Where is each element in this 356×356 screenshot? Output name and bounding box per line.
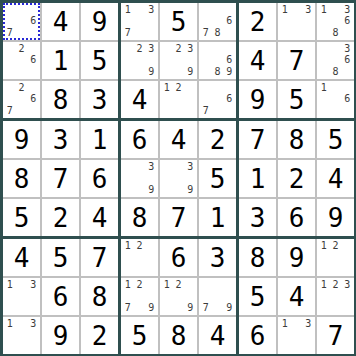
- cell-r6c8[interactable]: 6: [278, 199, 315, 236]
- candidate-4: [318, 252, 330, 264]
- candidate-grid: 13: [279, 318, 314, 353]
- candidate-8: [173, 184, 185, 196]
- candidate-3: 3: [341, 279, 353, 291]
- cell-r8c2[interactable]: 6: [42, 278, 79, 315]
- candidate-8: [134, 66, 146, 78]
- candidate-3: [145, 279, 157, 291]
- candidate-1: [200, 4, 212, 16]
- candidate-7: 7: [4, 27, 16, 39]
- candidate-5: [330, 94, 342, 106]
- cell-value: 2: [53, 205, 69, 231]
- cell-r6c9[interactable]: 9: [317, 199, 354, 236]
- cell-r3c8[interactable]: 5: [278, 81, 315, 118]
- cell-r7c9[interactable]: 12: [317, 239, 354, 276]
- candidate-3: [27, 4, 39, 16]
- candidate-2: 2: [134, 43, 146, 55]
- candidate-7: 7: [200, 105, 212, 117]
- candidate-4: [122, 252, 134, 264]
- cell-value: 3: [53, 127, 69, 153]
- candidate-3: [184, 82, 196, 94]
- candidate-2: [16, 279, 28, 291]
- cell-r6c1[interactable]: 5: [3, 199, 40, 236]
- candidate-7: [318, 302, 330, 314]
- candidate-5: [212, 55, 224, 67]
- cell-r6c3[interactable]: 4: [81, 199, 118, 236]
- cell-r4c4[interactable]: 6: [121, 121, 158, 158]
- box-r3c1: 45713681392: [3, 239, 118, 354]
- cell-value: 4: [53, 9, 69, 35]
- cell-r6c5[interactable]: 7: [160, 199, 197, 236]
- cell-r4c1[interactable]: 9: [3, 121, 40, 158]
- candidate-7: [318, 27, 330, 39]
- cell-r7c1[interactable]: 4: [3, 239, 40, 276]
- cell-r3c9[interactable]: 16: [317, 81, 354, 118]
- candidate-3: 3: [27, 279, 39, 291]
- candidate-2: [212, 43, 224, 55]
- candidate-6: [184, 94, 196, 106]
- candidate-5: [16, 330, 28, 342]
- cell-value: 2: [92, 323, 108, 349]
- candidate-grid: 12: [161, 82, 196, 117]
- cell-value: 7: [289, 48, 305, 74]
- cell-value: 5: [210, 166, 226, 192]
- candidate-4: [122, 55, 134, 67]
- cell-r5c5[interactable]: 39: [160, 160, 197, 197]
- candidate-7: [4, 66, 16, 78]
- cell-r4c6[interactable]: 2: [199, 121, 236, 158]
- candidate-7: [161, 105, 173, 117]
- candidate-1: [200, 279, 212, 291]
- cell-r5c8[interactable]: 2: [278, 160, 315, 197]
- cell-r9c2[interactable]: 9: [42, 317, 79, 354]
- cell-r2c7[interactable]: 4: [239, 42, 276, 79]
- cell-value: 8: [289, 127, 305, 153]
- cell-r9c7[interactable]: 6: [239, 317, 276, 354]
- cell-r4c9[interactable]: 5: [317, 121, 354, 158]
- cell-r9c3[interactable]: 2: [81, 317, 118, 354]
- candidate-grid: 12: [122, 240, 157, 275]
- candidate-6: [184, 55, 196, 67]
- candidate-8: [330, 105, 342, 117]
- candidate-5: [330, 252, 342, 264]
- cell-r2c5[interactable]: 239: [160, 42, 197, 79]
- candidate-6: 6: [341, 55, 353, 67]
- candidate-3: 3: [145, 161, 157, 173]
- cell-r8c6[interactable]: 79: [199, 278, 236, 315]
- candidate-8: [212, 302, 224, 314]
- candidate-7: [122, 66, 134, 78]
- candidate-grid: 137: [122, 4, 157, 39]
- candidate-6: 6: [341, 16, 353, 28]
- cell-value: 8: [171, 323, 187, 349]
- candidate-1: [200, 82, 212, 94]
- candidate-grid: 39: [122, 161, 157, 196]
- candidate-2: [330, 4, 342, 16]
- cell-r3c6[interactable]: 67: [199, 81, 236, 118]
- candidate-1: [4, 82, 16, 94]
- cell-r5c1[interactable]: 8: [3, 160, 40, 197]
- candidate-2: [134, 4, 146, 16]
- candidate-8: [173, 66, 185, 78]
- cell-r4c2[interactable]: 3: [42, 121, 79, 158]
- candidate-4: [318, 55, 330, 67]
- candidate-grid: 239: [161, 43, 196, 78]
- candidate-8: [16, 341, 28, 353]
- candidate-7: 7: [4, 105, 16, 117]
- cell-r9c4[interactable]: 5: [121, 317, 158, 354]
- sudoku-board: 6749261526783137567823923968941267213136…: [0, 0, 356, 356]
- box-r3c2: 1263127912979584: [121, 239, 236, 354]
- cell-r9c6[interactable]: 4: [199, 317, 236, 354]
- candidate-4: [4, 94, 16, 106]
- candidate-7: [161, 66, 173, 78]
- candidate-4: [4, 291, 16, 303]
- cell-value: 6: [171, 245, 187, 271]
- cell-r1c8[interactable]: 13: [278, 3, 315, 40]
- candidate-6: [27, 330, 39, 342]
- candidate-1: 1: [279, 318, 291, 330]
- candidate-1: 1: [122, 279, 134, 291]
- cell-value: 8: [250, 245, 266, 271]
- cell-value: 5: [289, 87, 305, 113]
- candidate-3: [223, 82, 235, 94]
- candidate-6: 6: [27, 94, 39, 106]
- candidate-9: [27, 105, 39, 117]
- candidate-4: [161, 94, 173, 106]
- cell-r8c9[interactable]: 123: [317, 278, 354, 315]
- candidate-9: [27, 341, 39, 353]
- candidate-1: 1: [279, 4, 291, 16]
- candidate-4: [122, 291, 134, 303]
- candidate-7: 7: [200, 27, 212, 39]
- candidate-5: [134, 55, 146, 67]
- candidate-1: 1: [122, 240, 134, 252]
- candidate-1: [4, 43, 16, 55]
- cell-r9c1[interactable]: 13: [3, 317, 40, 354]
- candidate-4: [122, 16, 134, 28]
- cell-r4c3[interactable]: 1: [81, 121, 118, 158]
- cell-r1c4[interactable]: 137: [121, 3, 158, 40]
- candidate-2: 2: [330, 240, 342, 252]
- candidate-5: [173, 291, 185, 303]
- candidate-2: [212, 279, 224, 291]
- candidate-grid: 39: [161, 161, 196, 196]
- candidate-5: [212, 16, 224, 28]
- cell-r2c3[interactable]: 5: [81, 42, 118, 79]
- cell-r6c7[interactable]: 3: [239, 199, 276, 236]
- candidate-9: [341, 66, 353, 78]
- candidate-8: [212, 105, 224, 117]
- candidate-9: [27, 302, 39, 314]
- candidate-5: [173, 94, 185, 106]
- cell-r8c7[interactable]: 5: [239, 278, 276, 315]
- candidate-2: [330, 82, 342, 94]
- candidate-7: [318, 66, 330, 78]
- candidate-5: [330, 291, 342, 303]
- candidate-2: 2: [173, 43, 185, 55]
- cell-r6c2[interactable]: 2: [42, 199, 79, 236]
- candidate-grid: 13: [4, 318, 39, 353]
- candidate-4: [4, 330, 16, 342]
- candidate-8: [173, 105, 185, 117]
- candidate-1: [318, 43, 330, 55]
- candidate-6: [184, 173, 196, 185]
- candidate-1: 1: [161, 82, 173, 94]
- candidate-3: [184, 279, 196, 291]
- candidate-9: 9: [145, 66, 157, 78]
- cell-value: 9: [53, 323, 69, 349]
- candidate-grid: 129: [161, 279, 196, 314]
- candidate-9: [302, 341, 314, 353]
- cell-value: 9: [289, 245, 305, 271]
- candidate-grid: 123: [318, 279, 353, 314]
- candidate-2: [16, 4, 28, 16]
- cell-value: 8: [132, 205, 148, 231]
- cell-r8c8[interactable]: 4: [278, 278, 315, 315]
- candidate-8: [134, 27, 146, 39]
- candidate-1: 1: [161, 279, 173, 291]
- candidate-6: [223, 291, 235, 303]
- candidate-9: [302, 27, 314, 39]
- cell-r3c4[interactable]: 4: [121, 81, 158, 118]
- candidate-3: 3: [145, 43, 157, 55]
- candidate-6: 6: [223, 94, 235, 106]
- candidate-6: [27, 291, 39, 303]
- candidate-3: [341, 240, 353, 252]
- candidate-6: [145, 55, 157, 67]
- candidate-2: 2: [16, 43, 28, 55]
- cell-r8c3[interactable]: 8: [81, 278, 118, 315]
- candidate-5: [291, 330, 303, 342]
- candidate-2: [330, 43, 342, 55]
- cell-r3c1[interactable]: 267: [3, 81, 40, 118]
- cell-r3c5[interactable]: 12: [160, 81, 197, 118]
- cell-r6c4[interactable]: 8: [121, 199, 158, 236]
- cell-r3c2[interactable]: 8: [42, 81, 79, 118]
- candidate-6: 6: [341, 94, 353, 106]
- cell-value: 7: [328, 323, 344, 349]
- candidate-3: [223, 4, 235, 16]
- candidate-4: [279, 16, 291, 28]
- cell-value: 6: [132, 127, 148, 153]
- cell-value: 4: [210, 323, 226, 349]
- cell-r5c2[interactable]: 7: [42, 160, 79, 197]
- cell-r7c4[interactable]: 12: [121, 239, 158, 276]
- candidate-9: [184, 105, 196, 117]
- candidate-4: [122, 173, 134, 185]
- candidate-3: [223, 43, 235, 55]
- candidate-1: 1: [318, 82, 330, 94]
- candidate-8: [330, 302, 342, 314]
- box-r3c3: 8912541236137: [239, 239, 354, 354]
- candidate-5: [173, 173, 185, 185]
- candidate-6: [145, 16, 157, 28]
- candidate-9: [223, 27, 235, 39]
- cell-r8c5[interactable]: 129: [160, 278, 197, 315]
- candidate-4: [161, 291, 173, 303]
- cell-value: 6: [92, 166, 108, 192]
- candidate-6: [302, 16, 314, 28]
- cell-value: 8: [92, 284, 108, 310]
- candidate-4: [4, 55, 16, 67]
- candidate-5: [134, 252, 146, 264]
- candidate-9: 9: [184, 184, 196, 196]
- cell-value: 9: [14, 127, 30, 153]
- candidate-8: 8: [330, 27, 342, 39]
- candidate-4: [318, 16, 330, 28]
- cell-r3c3[interactable]: 3: [81, 81, 118, 118]
- candidate-8: [134, 263, 146, 275]
- candidate-2: [173, 161, 185, 173]
- cell-r1c6[interactable]: 678: [199, 3, 236, 40]
- cell-r4c5[interactable]: 4: [160, 121, 197, 158]
- cell-r7c5[interactable]: 6: [160, 239, 197, 276]
- candidate-2: 2: [134, 240, 146, 252]
- cell-r1c7[interactable]: 2: [239, 3, 276, 40]
- candidate-8: [134, 302, 146, 314]
- cell-value: 9: [92, 9, 108, 35]
- candidate-8: 8: [212, 66, 224, 78]
- candidate-4: [318, 291, 330, 303]
- candidate-2: [212, 4, 224, 16]
- candidate-3: 3: [302, 4, 314, 16]
- candidate-7: [161, 184, 173, 196]
- candidate-9: 9: [184, 302, 196, 314]
- candidate-grid: 678: [200, 4, 235, 39]
- cell-r5c9[interactable]: 4: [317, 160, 354, 197]
- candidate-7: [122, 184, 134, 196]
- cell-r7c7[interactable]: 8: [239, 239, 276, 276]
- cell-r4c8[interactable]: 8: [278, 121, 315, 158]
- candidate-3: [27, 82, 39, 94]
- candidate-8: [291, 27, 303, 39]
- cell-r8c4[interactable]: 1279: [121, 278, 158, 315]
- cell-r2c1[interactable]: 26: [3, 42, 40, 79]
- cell-r7c3[interactable]: 7: [81, 239, 118, 276]
- cell-r2c9[interactable]: 368: [317, 42, 354, 79]
- cell-r9c9[interactable]: 7: [317, 317, 354, 354]
- candidate-1: 1: [318, 240, 330, 252]
- candidate-4: [200, 94, 212, 106]
- cell-r8c1[interactable]: 13: [3, 278, 40, 315]
- cell-value: 2: [289, 166, 305, 192]
- cell-r1c5[interactable]: 5: [160, 3, 197, 40]
- sudoku-page: 6749261526783137567823923968941267213136…: [0, 0, 356, 356]
- candidate-1: 1: [318, 279, 330, 291]
- cell-r7c2[interactable]: 5: [42, 239, 79, 276]
- candidate-4: [161, 173, 173, 185]
- candidate-5: [134, 16, 146, 28]
- cell-r1c2[interactable]: 4: [42, 3, 79, 40]
- candidate-9: 9: [223, 302, 235, 314]
- candidate-grid: 239: [122, 43, 157, 78]
- cell-r1c3[interactable]: 9: [81, 3, 118, 40]
- box-r2c2: 64239395871: [121, 121, 236, 236]
- candidate-5: [16, 55, 28, 67]
- candidate-8: [16, 105, 28, 117]
- cell-r9c5[interactable]: 8: [160, 317, 197, 354]
- candidate-grid: 67: [200, 82, 235, 117]
- cell-r2c2[interactable]: 1: [42, 42, 79, 79]
- candidate-5: [134, 291, 146, 303]
- candidate-7: [318, 263, 330, 275]
- candidate-5: [330, 55, 342, 67]
- candidate-grid: 13: [279, 4, 314, 39]
- candidate-6: 6: [27, 16, 39, 28]
- candidate-8: 8: [330, 66, 342, 78]
- box-r2c1: 931876524: [3, 121, 118, 236]
- candidate-3: 3: [341, 4, 353, 16]
- cell-r2c6[interactable]: 689: [199, 42, 236, 79]
- candidate-grid: 79: [200, 279, 235, 314]
- candidate-9: [27, 66, 39, 78]
- candidate-9: [341, 263, 353, 275]
- cell-r5c4[interactable]: 39: [121, 160, 158, 197]
- cell-r2c8[interactable]: 7: [278, 42, 315, 79]
- candidate-grid: 368: [318, 43, 353, 78]
- cell-value: 6: [250, 323, 266, 349]
- candidate-2: 2: [330, 279, 342, 291]
- candidate-8: [291, 341, 303, 353]
- candidate-6: 6: [223, 16, 235, 28]
- candidate-5: [134, 173, 146, 185]
- cell-value: 8: [53, 87, 69, 113]
- candidate-7: [279, 27, 291, 39]
- cell-value: 3: [250, 205, 266, 231]
- candidate-7: [122, 263, 134, 275]
- cell-r7c8[interactable]: 9: [278, 239, 315, 276]
- cell-r3c7[interactable]: 9: [239, 81, 276, 118]
- candidate-9: [341, 105, 353, 117]
- cell-r5c6[interactable]: 5: [199, 160, 236, 197]
- candidate-grid: 67: [4, 4, 39, 39]
- cell-r5c3[interactable]: 6: [81, 160, 118, 197]
- candidate-9: 9: [223, 66, 235, 78]
- candidate-3: [145, 240, 157, 252]
- candidate-6: [302, 330, 314, 342]
- candidate-grid: 267: [4, 82, 39, 117]
- candidate-6: [145, 173, 157, 185]
- cell-value: 4: [250, 48, 266, 74]
- cell-r1c9[interactable]: 1368: [317, 3, 354, 40]
- cell-r7c6[interactable]: 3: [199, 239, 236, 276]
- cell-value: 4: [171, 127, 187, 153]
- candidate-4: [200, 291, 212, 303]
- candidate-6: [184, 291, 196, 303]
- candidate-grid: 12: [318, 240, 353, 275]
- cell-value: 2: [210, 127, 226, 153]
- candidate-7: 7: [122, 302, 134, 314]
- candidate-5: [16, 94, 28, 106]
- cell-r1c1[interactable]: 67: [3, 3, 40, 40]
- cell-value: 5: [250, 284, 266, 310]
- cell-r6c6[interactable]: 1: [199, 199, 236, 236]
- cell-r5c7[interactable]: 1: [239, 160, 276, 197]
- cell-value: 1: [250, 166, 266, 192]
- candidate-2: [16, 318, 28, 330]
- cell-r2c4[interactable]: 239: [121, 42, 158, 79]
- candidate-2: 2: [173, 82, 185, 94]
- candidate-9: [145, 263, 157, 275]
- cell-r4c7[interactable]: 7: [239, 121, 276, 158]
- cell-value: 5: [132, 323, 148, 349]
- candidate-9: 9: [184, 66, 196, 78]
- box-r1c3: 2131368473689516: [239, 3, 354, 118]
- candidate-8: [16, 27, 28, 39]
- candidate-8: 8: [212, 27, 224, 39]
- cell-r9c8[interactable]: 13: [278, 317, 315, 354]
- candidate-4: [200, 55, 212, 67]
